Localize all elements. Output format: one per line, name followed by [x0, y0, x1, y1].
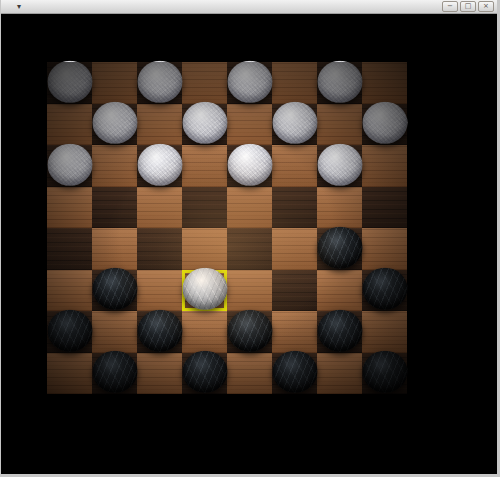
square-r2c6[interactable]: ⛀: [272, 104, 317, 146]
square-r8c1[interactable]: [47, 353, 92, 395]
square-r8c8[interactable]: ⛂: [362, 353, 407, 395]
black-piece-glyph: ⛂: [324, 312, 354, 348]
white-piece-glyph: ⛀: [324, 146, 354, 182]
square-r7c2[interactable]: [92, 311, 137, 353]
checker-white[interactable]: ⛀: [92, 102, 137, 144]
square-r5c8[interactable]: [362, 228, 407, 270]
square-r2c1[interactable]: [47, 104, 92, 146]
square-r1c1[interactable]: ⛀: [47, 62, 92, 104]
checker-white[interactable]: ⛀: [317, 60, 362, 102]
white-piece-glyph: ⛀: [234, 146, 264, 182]
window-controls: − □ ×: [442, 1, 494, 12]
square-r7c7[interactable]: ⛂: [317, 311, 362, 353]
square-r3c3[interactable]: ⛀: [137, 145, 182, 187]
square-r4c7[interactable]: [317, 187, 362, 229]
checker-black[interactable]: ⛂: [227, 309, 272, 351]
checker-black[interactable]: ⛂: [137, 309, 182, 351]
checker-black[interactable]: ⛂: [362, 351, 407, 393]
game-area: ⛀⛀⛀⛀⛀⛀⛀⛀⛀⛀⛀⛀⛂⛂⛂⛂⛂⛂⛂⛂⛂⛂⛂⛂: [1, 14, 497, 474]
maximize-button[interactable]: □: [460, 1, 476, 12]
square-r6c3[interactable]: [137, 270, 182, 312]
square-r3c7[interactable]: ⛀: [317, 145, 362, 187]
square-r1c4[interactable]: [182, 62, 227, 104]
square-r7c5[interactable]: ⛂: [227, 311, 272, 353]
square-r8c7[interactable]: [317, 353, 362, 395]
white-piece-glyph: ⛀: [144, 146, 174, 182]
checker-white[interactable]: ⛀: [362, 102, 407, 144]
square-r4c6[interactable]: [272, 187, 317, 229]
square-r4c3[interactable]: [137, 187, 182, 229]
square-r4c5[interactable]: [227, 187, 272, 229]
square-r8c3[interactable]: [137, 353, 182, 395]
square-r4c1[interactable]: [47, 187, 92, 229]
square-r5c5[interactable]: [227, 228, 272, 270]
checker-black[interactable]: ⛂: [272, 351, 317, 393]
square-r5c1[interactable]: [47, 228, 92, 270]
square-r3c8[interactable]: [362, 145, 407, 187]
checker-white[interactable]: ⛀: [317, 143, 362, 185]
square-r1c7[interactable]: ⛀: [317, 62, 362, 104]
square-r2c8[interactable]: ⛀: [362, 104, 407, 146]
square-r2c3[interactable]: [137, 104, 182, 146]
black-piece-glyph: ⛂: [234, 312, 264, 348]
checker-black[interactable]: ⛂: [182, 351, 227, 393]
white-piece-glyph: ⛀: [279, 105, 309, 141]
checker-black[interactable]: ⛂: [47, 309, 92, 351]
square-r6c5[interactable]: [227, 270, 272, 312]
square-r3c2[interactable]: [92, 145, 137, 187]
square-r7c8[interactable]: [362, 311, 407, 353]
square-r5c7[interactable]: ⛂: [317, 228, 362, 270]
square-r3c5[interactable]: ⛀: [227, 145, 272, 187]
square-r7c3[interactable]: ⛂: [137, 311, 182, 353]
square-r8c6[interactable]: ⛂: [272, 353, 317, 395]
square-r6c4[interactable]: ⛂: [182, 270, 227, 312]
checker-white[interactable]: ⛀: [272, 102, 317, 144]
white-piece-glyph: ⛀: [54, 63, 84, 99]
square-r2c7[interactable]: [317, 104, 362, 146]
square-r4c2[interactable]: [92, 187, 137, 229]
checker-black[interactable]: ⛂: [92, 351, 137, 393]
square-r3c1[interactable]: ⛀: [47, 145, 92, 187]
square-r5c4[interactable]: [182, 228, 227, 270]
square-r1c3[interactable]: ⛀: [137, 62, 182, 104]
checker-white[interactable]: ⛀: [227, 60, 272, 102]
black-piece-glyph: ⛂: [54, 312, 84, 348]
checker-white[interactable]: ⛀: [227, 143, 272, 185]
checker-white[interactable]: ⛀: [47, 143, 92, 185]
square-r1c6[interactable]: [272, 62, 317, 104]
square-r6c6[interactable]: [272, 270, 317, 312]
checkers-board: ⛀⛀⛀⛀⛀⛀⛀⛀⛀⛀⛀⛀⛂⛂⛂⛂⛂⛂⛂⛂⛂⛂⛂⛂: [47, 62, 407, 394]
white-piece-glyph: ⛀: [324, 63, 354, 99]
square-r5c3[interactable]: [137, 228, 182, 270]
square-r5c2[interactable]: [92, 228, 137, 270]
square-r6c1[interactable]: [47, 270, 92, 312]
black-piece-glyph: ⛂: [144, 312, 174, 348]
window-titlebar: ▾ − □ ×: [1, 0, 497, 14]
checker-black[interactable]: ⛂: [92, 268, 137, 310]
square-r2c2[interactable]: ⛀: [92, 104, 137, 146]
square-r8c2[interactable]: ⛂: [92, 353, 137, 395]
square-r8c5[interactable]: [227, 353, 272, 395]
checker-white[interactable]: ⛀: [182, 102, 227, 144]
white-piece-glyph: ⛀: [189, 105, 219, 141]
checker-white[interactable]: ⛀: [47, 60, 92, 102]
checker-black-selected[interactable]: ⛂: [182, 268, 227, 310]
black-piece-glyph: ⛂: [189, 354, 219, 390]
square-r2c4[interactable]: ⛀: [182, 104, 227, 146]
checker-white[interactable]: ⛀: [137, 60, 182, 102]
app-window: ▾ − □ × ⛀⛀⛀⛀⛀⛀⛀⛀⛀⛀⛀⛀⛂⛂⛂⛂⛂⛂⛂⛂⛂⛂⛂⛂: [0, 0, 500, 477]
white-piece-glyph: ⛀: [369, 105, 399, 141]
black-piece-glyph: ⛂: [324, 229, 354, 265]
black-piece-glyph: ⛂: [369, 271, 399, 307]
white-piece-glyph: ⛀: [99, 105, 129, 141]
white-piece-glyph: ⛀: [234, 63, 264, 99]
window-menu-icon[interactable]: ▾: [17, 3, 21, 11]
square-r1c2[interactable]: [92, 62, 137, 104]
black-piece-glyph: ⛂: [189, 271, 219, 307]
black-piece-glyph: ⛂: [279, 354, 309, 390]
checker-black[interactable]: ⛂: [317, 226, 362, 268]
black-piece-glyph: ⛂: [99, 271, 129, 307]
black-piece-glyph: ⛂: [99, 354, 129, 390]
minimize-button[interactable]: −: [442, 1, 458, 12]
square-r6c2[interactable]: ⛂: [92, 270, 137, 312]
square-r1c8[interactable]: [362, 62, 407, 104]
square-r5c6[interactable]: [272, 228, 317, 270]
square-r3c6[interactable]: [272, 145, 317, 187]
square-r8c4[interactable]: ⛂: [182, 353, 227, 395]
checker-black[interactable]: ⛂: [317, 309, 362, 351]
square-r4c8[interactable]: [362, 187, 407, 229]
square-r3c4[interactable]: [182, 145, 227, 187]
square-r6c8[interactable]: ⛂: [362, 270, 407, 312]
white-piece-glyph: ⛀: [54, 146, 84, 182]
square-r1c5[interactable]: ⛀: [227, 62, 272, 104]
board-container: ⛀⛀⛀⛀⛀⛀⛀⛀⛀⛀⛀⛀⛂⛂⛂⛂⛂⛂⛂⛂⛂⛂⛂⛂: [47, 62, 407, 394]
square-r2c5[interactable]: [227, 104, 272, 146]
white-piece-glyph: ⛀: [144, 63, 174, 99]
square-r7c4[interactable]: [182, 311, 227, 353]
checker-white[interactable]: ⛀: [137, 143, 182, 185]
square-r7c6[interactable]: [272, 311, 317, 353]
close-button[interactable]: ×: [478, 1, 494, 12]
square-r4c4[interactable]: [182, 187, 227, 229]
black-piece-glyph: ⛂: [369, 354, 399, 390]
square-r7c1[interactable]: ⛂: [47, 311, 92, 353]
square-r6c7[interactable]: [317, 270, 362, 312]
checker-black[interactable]: ⛂: [362, 268, 407, 310]
